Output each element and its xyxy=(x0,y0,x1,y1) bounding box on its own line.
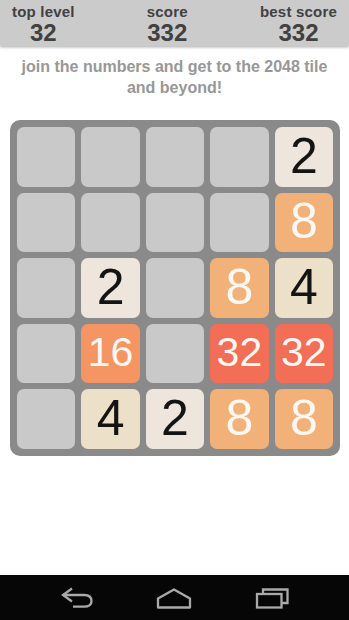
tile-number: 32 xyxy=(217,329,263,376)
tile-8-r3c4: 8 xyxy=(210,258,268,318)
tile-number: 32 xyxy=(281,329,327,376)
game-board[interactable]: 282841632324288 xyxy=(10,120,340,456)
back-icon xyxy=(60,587,94,609)
tile-number: 4 xyxy=(290,258,318,316)
instruction-text: join the numbers and get to the 2048 til… xyxy=(0,56,349,98)
tile-2-r3c2: 2 xyxy=(81,258,139,318)
cell-empty-r1c2 xyxy=(81,127,139,187)
tile-number: 8 xyxy=(225,389,253,447)
cell-empty-r4c3 xyxy=(146,324,204,384)
score-label: score xyxy=(147,3,188,20)
tile-number: 2 xyxy=(97,258,125,316)
cell-empty-r3c3 xyxy=(146,258,204,318)
tile-8-r2c5: 8 xyxy=(275,193,333,253)
score-value: 332 xyxy=(147,20,187,45)
top-level-label: top level xyxy=(12,3,75,20)
instruction-line-1: join the numbers and get to the 2048 til… xyxy=(22,58,328,75)
best-score-value: 332 xyxy=(278,20,318,45)
app-screen: top level 32 score 332 best score 332 jo… xyxy=(0,0,349,620)
tile-4-r3c5: 4 xyxy=(275,258,333,318)
tile-number: 16 xyxy=(88,329,134,376)
home-button[interactable] xyxy=(142,575,206,620)
recents-button[interactable] xyxy=(240,575,304,620)
tile-2-r1c5: 2 xyxy=(275,127,333,187)
tile-number: 8 xyxy=(290,192,318,250)
cell-empty-r2c3 xyxy=(146,193,204,253)
tile-number: 4 xyxy=(97,389,125,447)
recents-icon xyxy=(254,587,290,609)
cell-empty-r1c1 xyxy=(17,127,75,187)
cell-empty-r4c1 xyxy=(17,324,75,384)
cell-empty-r1c3 xyxy=(146,127,204,187)
cell-empty-r3c1 xyxy=(17,258,75,318)
stat-top-level: top level 32 xyxy=(12,3,75,45)
tile-32-r4c4: 32 xyxy=(210,324,268,384)
tile-32-r4c5: 32 xyxy=(275,324,333,384)
tile-16-r4c2: 16 xyxy=(81,324,139,384)
tile-8-r5c5: 8 xyxy=(275,389,333,449)
tile-number: 2 xyxy=(290,127,318,185)
tile-2-r5c3: 2 xyxy=(146,389,204,449)
stat-best-score: best score 332 xyxy=(260,3,337,45)
score-header: top level 32 score 332 best score 332 xyxy=(0,0,349,46)
instruction-line-2: and beyond! xyxy=(127,79,222,96)
tile-number: 8 xyxy=(225,258,253,316)
cell-empty-r1c4 xyxy=(210,127,268,187)
tile-4-r5c2: 4 xyxy=(81,389,139,449)
tile-number: 8 xyxy=(290,389,318,447)
cell-empty-r2c2 xyxy=(81,193,139,253)
stat-score: score 332 xyxy=(147,3,188,45)
cell-empty-r5c1 xyxy=(17,389,75,449)
cell-empty-r2c4 xyxy=(210,193,268,253)
tile-8-r5c4: 8 xyxy=(210,389,268,449)
best-score-label: best score xyxy=(260,3,337,20)
home-icon xyxy=(155,587,193,609)
top-level-value: 32 xyxy=(30,20,57,45)
cell-empty-r2c1 xyxy=(17,193,75,253)
android-navbar xyxy=(0,575,349,620)
back-button[interactable] xyxy=(45,575,109,620)
tile-number: 2 xyxy=(161,389,189,447)
